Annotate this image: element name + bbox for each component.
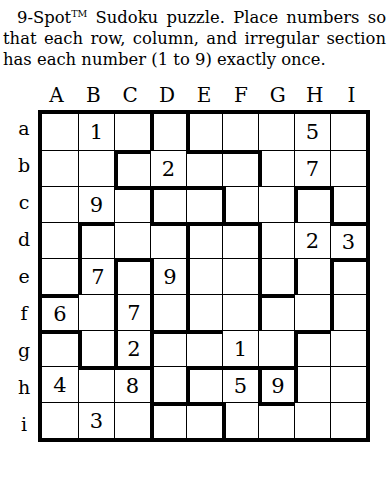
- cell-eH[interactable]: [294, 258, 330, 294]
- sudoku-board: 152792379672148593: [38, 110, 370, 442]
- row-label-f: f: [20, 302, 27, 324]
- cell-dA[interactable]: [42, 222, 78, 258]
- cell-gI[interactable]: [330, 330, 366, 366]
- column-label-F: F: [234, 83, 248, 107]
- cell-dI[interactable]: 3: [330, 222, 366, 258]
- puzzle-page: 9-SpotTM Sudoku puzzle. Place numbers so…: [0, 0, 389, 480]
- title-product-name: 9-Spot: [17, 8, 71, 27]
- cell-aI[interactable]: [330, 114, 366, 150]
- cell-eD[interactable]: 9: [150, 258, 186, 294]
- cell-dF[interactable]: [222, 222, 258, 258]
- row-label-h: h: [18, 376, 30, 398]
- cell-gH[interactable]: [294, 330, 330, 366]
- cell-gA[interactable]: [42, 330, 78, 366]
- row-label-b: b: [18, 154, 30, 176]
- cell-iI[interactable]: [330, 402, 366, 438]
- cell-dC[interactable]: [114, 222, 150, 258]
- column-label-E: E: [197, 83, 212, 107]
- cell-bI[interactable]: [330, 150, 366, 186]
- instructions-line-2: that each row, column, and irregular sec…: [3, 28, 386, 49]
- cell-hD[interactable]: [150, 366, 186, 402]
- cell-cC[interactable]: [114, 186, 150, 222]
- cell-fI[interactable]: [330, 294, 366, 330]
- cell-aF[interactable]: [222, 114, 258, 150]
- cell-eF[interactable]: [222, 258, 258, 294]
- cell-hF[interactable]: 5: [222, 366, 258, 402]
- cell-fF[interactable]: [222, 294, 258, 330]
- puzzle-instructions: 9-SpotTM Sudoku puzzle. Place numbers so…: [0, 0, 389, 70]
- cell-gD[interactable]: [150, 330, 186, 366]
- cell-cI[interactable]: [330, 186, 366, 222]
- column-label-G: G: [270, 83, 286, 107]
- cell-gC[interactable]: 2: [114, 330, 150, 366]
- cell-gE[interactable]: [186, 330, 222, 366]
- cell-dE[interactable]: [186, 222, 222, 258]
- cell-iG[interactable]: [258, 402, 294, 438]
- board-corner-spacer: [10, 80, 38, 110]
- cell-gF[interactable]: 1: [222, 330, 258, 366]
- cell-bH[interactable]: 7: [294, 150, 330, 186]
- cell-cB[interactable]: 9: [78, 186, 114, 222]
- cell-hC[interactable]: 8: [114, 366, 150, 402]
- column-label-A: A: [49, 83, 63, 107]
- cell-bC[interactable]: [114, 150, 150, 186]
- cell-cH[interactable]: [294, 186, 330, 222]
- cell-cG[interactable]: [258, 186, 294, 222]
- cell-fB[interactable]: [78, 294, 114, 330]
- cell-fE[interactable]: [186, 294, 222, 330]
- row-label-i: i: [21, 413, 27, 435]
- cell-hH[interactable]: [294, 366, 330, 402]
- cell-bE[interactable]: [186, 150, 222, 186]
- row-label-g: g: [18, 339, 30, 361]
- cell-dD[interactable]: [150, 222, 186, 258]
- cell-eC[interactable]: [114, 258, 150, 294]
- cell-cD[interactable]: [150, 186, 186, 222]
- cell-eB[interactable]: 7: [78, 258, 114, 294]
- instructions-line-1-text: Sudoku puzzle. Place numbers so: [87, 8, 386, 27]
- cell-dG[interactable]: [258, 222, 294, 258]
- cell-fD[interactable]: [150, 294, 186, 330]
- cell-eA[interactable]: [42, 258, 78, 294]
- cell-cF[interactable]: [222, 186, 258, 222]
- cell-aA[interactable]: [42, 114, 78, 150]
- cell-gB[interactable]: [78, 330, 114, 366]
- cell-aB[interactable]: 1: [78, 114, 114, 150]
- cell-aH[interactable]: 5: [294, 114, 330, 150]
- cell-hB[interactable]: [78, 366, 114, 402]
- cell-hA[interactable]: 4: [42, 366, 78, 402]
- cell-cA[interactable]: [42, 186, 78, 222]
- column-label-B: B: [86, 83, 101, 107]
- cell-iB[interactable]: 3: [78, 402, 114, 438]
- cell-fG[interactable]: [258, 294, 294, 330]
- cell-bA[interactable]: [42, 150, 78, 186]
- row-labels: abcdefghi: [10, 110, 38, 442]
- cell-fH[interactable]: [294, 294, 330, 330]
- row-label-a: a: [18, 117, 29, 139]
- instructions-line-1: 9-SpotTM Sudoku puzzle. Place numbers so: [3, 7, 386, 28]
- cell-eI[interactable]: [330, 258, 366, 294]
- cell-bB[interactable]: [78, 150, 114, 186]
- cell-dB[interactable]: [78, 222, 114, 258]
- cell-hE[interactable]: [186, 366, 222, 402]
- instructions-line-3: has each number (1 to 9) exactly once.: [3, 49, 386, 70]
- cell-eE[interactable]: [186, 258, 222, 294]
- cell-bD[interactable]: 2: [150, 150, 186, 186]
- cell-aD[interactable]: [150, 114, 186, 150]
- cell-dH[interactable]: 2: [294, 222, 330, 258]
- cell-cE[interactable]: [186, 186, 222, 222]
- cell-bG[interactable]: [258, 150, 294, 186]
- board-area: ABCDEFGHI abcdefghi 152792379672148593: [10, 80, 389, 442]
- cell-eG[interactable]: [258, 258, 294, 294]
- column-label-D: D: [159, 83, 175, 107]
- row-label-c: c: [19, 191, 30, 213]
- column-label-C: C: [123, 83, 138, 107]
- cell-iD[interactable]: [150, 402, 186, 438]
- row-label-e: e: [18, 265, 29, 287]
- trademark-symbol: TM: [71, 8, 87, 19]
- cell-iH[interactable]: [294, 402, 330, 438]
- cell-hI[interactable]: [330, 366, 366, 402]
- cell-aG[interactable]: [258, 114, 294, 150]
- cell-bF[interactable]: [222, 150, 258, 186]
- cell-fC[interactable]: 7: [114, 294, 150, 330]
- cell-iA[interactable]: [42, 402, 78, 438]
- cell-fA[interactable]: 6: [42, 294, 78, 330]
- column-label-H: H: [306, 83, 323, 107]
- column-label-I: I: [348, 83, 356, 107]
- cell-iC[interactable]: [114, 402, 150, 438]
- cell-aE[interactable]: [186, 114, 222, 150]
- column-labels: ABCDEFGHI: [38, 80, 370, 110]
- cell-hG[interactable]: 9: [258, 366, 294, 402]
- row-label-d: d: [18, 228, 30, 250]
- cell-iF[interactable]: [222, 402, 258, 438]
- cell-iE[interactable]: [186, 402, 222, 438]
- cell-gG[interactable]: [258, 330, 294, 366]
- cell-aC[interactable]: [114, 114, 150, 150]
